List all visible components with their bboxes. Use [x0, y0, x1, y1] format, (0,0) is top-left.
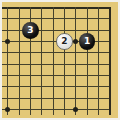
grid-vline — [64, 7, 65, 115]
grid-vline — [98, 7, 99, 115]
black-stone-r16: 1 — [79, 33, 96, 50]
stone-move-number: 3 — [27, 26, 33, 35]
stone-move-number: 1 — [84, 37, 90, 46]
star-point-k10 — [5, 107, 10, 112]
board-right-edge-line — [109, 7, 111, 115]
go-diagram: 123 — [0, 0, 120, 120]
black-stone-m17: 3 — [22, 22, 39, 39]
grid-vline — [53, 7, 54, 115]
white-stone-p16: 2 — [56, 33, 73, 50]
grid-vline — [75, 7, 76, 115]
star-point-q10 — [73, 107, 78, 112]
go-board: 123 — [2, 2, 118, 118]
grid-vline — [41, 7, 42, 115]
star-point-k16 — [5, 39, 10, 44]
grid-vline — [7, 7, 8, 115]
grid-vline — [87, 7, 88, 115]
star-point-q16 — [73, 39, 78, 44]
stone-move-number: 2 — [61, 37, 67, 46]
grid-vline — [19, 7, 20, 115]
